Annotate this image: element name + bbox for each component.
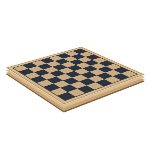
chessboard	[5, 46, 145, 105]
board-frame	[5, 46, 145, 105]
chessboard-grid	[12, 49, 138, 101]
scene-background	[0, 0, 160, 160]
